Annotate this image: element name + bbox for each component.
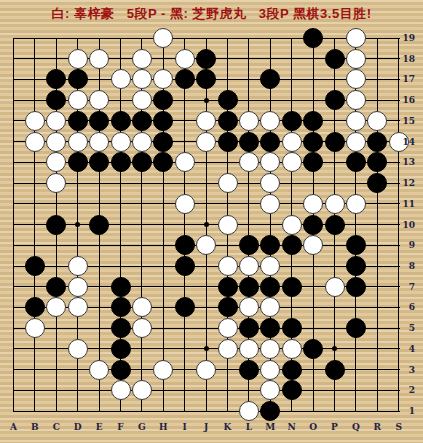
grid-line-horizontal [14, 390, 400, 391]
white-stone-D7 [68, 277, 88, 297]
white-stone-F2 [111, 380, 131, 400]
grid-line-horizontal [14, 328, 400, 329]
black-stone-I6 [175, 297, 195, 317]
black-stone-K14 [218, 132, 238, 152]
column-label-R: R [367, 422, 387, 432]
white-stone-G16 [132, 90, 152, 110]
black-stone-J18 [196, 49, 216, 69]
black-stone-N5 [282, 318, 302, 338]
black-stone-M5 [260, 318, 280, 338]
black-stone-F13 [111, 152, 131, 172]
row-label-9: 9 [398, 240, 415, 250]
white-stone-H17 [153, 69, 173, 89]
row-label-18: 18 [398, 54, 415, 64]
star-point [204, 98, 209, 103]
white-stone-M8 [260, 256, 280, 276]
white-stone-C15 [46, 111, 66, 131]
black-stone-Q8 [346, 256, 366, 276]
column-label-L: L [239, 422, 259, 432]
white-stone-M4 [260, 339, 280, 359]
row-label-16: 16 [398, 95, 415, 105]
white-stone-J15 [196, 111, 216, 131]
black-stone-H13 [153, 152, 173, 172]
black-stone-Q9 [346, 235, 366, 255]
black-stone-R13 [367, 152, 387, 172]
black-stone-H14 [153, 132, 173, 152]
white-stone-E14 [89, 132, 109, 152]
go-app-screen: 白: 辜梓豪 5段P - 黑: 芝野虎丸 3段P 黑棋3.5目胜! ABCDEF… [0, 0, 423, 443]
grid-line-horizontal [14, 183, 400, 184]
black-stone-O13 [303, 152, 323, 172]
white-stone-L8 [239, 256, 259, 276]
black-stone-L14 [239, 132, 259, 152]
black-stone-K15 [218, 111, 238, 131]
column-label-D: D [68, 422, 88, 432]
black-stone-O19 [303, 28, 323, 48]
grid-line-vertical [13, 38, 14, 412]
black-stone-E13 [89, 152, 109, 172]
white-stone-G5 [132, 318, 152, 338]
black-stone-C7 [46, 277, 66, 297]
white-stone-B5 [25, 318, 45, 338]
white-stone-M2 [260, 380, 280, 400]
white-stone-D4 [68, 339, 88, 359]
black-stone-N2 [282, 380, 302, 400]
white-stone-M3 [260, 360, 280, 380]
grid-line-vertical [34, 38, 35, 412]
white-stone-F17 [111, 69, 131, 89]
row-label-19: 19 [398, 33, 415, 43]
go-board: ABCDEFGHIJKLMNOPQRS191817161514131211109… [0, 0, 423, 443]
black-stone-L5 [239, 318, 259, 338]
white-stone-I18 [175, 49, 195, 69]
white-stone-L15 [239, 111, 259, 131]
black-stone-L9 [239, 235, 259, 255]
black-stone-E15 [89, 111, 109, 131]
column-label-P: P [325, 422, 345, 432]
white-stone-Q14 [346, 132, 366, 152]
row-label-3: 3 [398, 365, 415, 375]
column-label-N: N [282, 422, 302, 432]
column-label-M: M [260, 422, 280, 432]
white-stone-M11 [260, 194, 280, 214]
white-stone-O11 [303, 194, 323, 214]
white-stone-K12 [218, 173, 238, 193]
white-stone-K5 [218, 318, 238, 338]
column-label-O: O [303, 422, 323, 432]
black-stone-Q13 [346, 152, 366, 172]
row-label-14: 14 [398, 137, 415, 147]
black-stone-N3 [282, 360, 302, 380]
grid-line-horizontal [14, 411, 400, 412]
white-stone-I13 [175, 152, 195, 172]
white-stone-C13 [46, 152, 66, 172]
black-stone-F15 [111, 111, 131, 131]
column-label-G: G [132, 422, 152, 432]
black-stone-P3 [325, 360, 345, 380]
black-stone-N9 [282, 235, 302, 255]
row-label-6: 6 [398, 302, 415, 312]
white-stone-E18 [89, 49, 109, 69]
black-stone-I8 [175, 256, 195, 276]
white-stone-J14 [196, 132, 216, 152]
column-label-S: S [389, 422, 409, 432]
white-stone-M6 [260, 297, 280, 317]
black-stone-F4 [111, 339, 131, 359]
grid-line-horizontal [14, 38, 400, 39]
black-stone-M1 [260, 401, 280, 421]
column-label-I: I [175, 422, 195, 432]
white-stone-B15 [25, 111, 45, 131]
black-stone-O10 [303, 215, 323, 235]
white-stone-G18 [132, 49, 152, 69]
white-stone-L6 [239, 297, 259, 317]
black-stone-M14 [260, 132, 280, 152]
black-stone-O14 [303, 132, 323, 152]
black-stone-G15 [132, 111, 152, 131]
row-label-11: 11 [398, 199, 415, 209]
white-stone-J9 [196, 235, 216, 255]
column-label-F: F [111, 422, 131, 432]
black-stone-D13 [68, 152, 88, 172]
column-label-E: E [89, 422, 109, 432]
black-stone-K16 [218, 90, 238, 110]
white-stone-H19 [153, 28, 173, 48]
white-stone-C6 [46, 297, 66, 317]
black-stone-I17 [175, 69, 195, 89]
black-stone-H16 [153, 90, 173, 110]
black-stone-G13 [132, 152, 152, 172]
black-stone-F3 [111, 360, 131, 380]
white-stone-C12 [46, 173, 66, 193]
black-stone-M17 [260, 69, 280, 89]
column-label-H: H [153, 422, 173, 432]
black-stone-K6 [218, 297, 238, 317]
black-stone-B6 [25, 297, 45, 317]
black-stone-N7 [282, 277, 302, 297]
row-label-8: 8 [398, 261, 415, 271]
grid-line-vertical [184, 38, 185, 412]
black-stone-L3 [239, 360, 259, 380]
white-stone-D18 [68, 49, 88, 69]
black-stone-B8 [25, 256, 45, 276]
black-stone-R14 [367, 132, 387, 152]
white-stone-Q17 [346, 69, 366, 89]
column-label-A: A [4, 422, 24, 432]
row-label-4: 4 [398, 344, 415, 354]
black-stone-M9 [260, 235, 280, 255]
column-label-B: B [25, 422, 45, 432]
white-stone-D16 [68, 90, 88, 110]
white-stone-Q11 [346, 194, 366, 214]
white-stone-N4 [282, 339, 302, 359]
white-stone-M15 [260, 111, 280, 131]
white-stone-L1 [239, 401, 259, 421]
row-label-13: 13 [398, 157, 415, 167]
black-stone-F5 [111, 318, 131, 338]
black-stone-P10 [325, 215, 345, 235]
star-point [204, 346, 209, 351]
white-stone-K8 [218, 256, 238, 276]
white-stone-I11 [175, 194, 195, 214]
white-stone-R15 [367, 111, 387, 131]
column-label-J: J [196, 422, 216, 432]
black-stone-O15 [303, 111, 323, 131]
black-stone-J17 [196, 69, 216, 89]
star-point [204, 222, 209, 227]
white-stone-G6 [132, 297, 152, 317]
row-label-10: 10 [398, 220, 415, 230]
black-stone-L7 [239, 277, 259, 297]
black-stone-K7 [218, 277, 238, 297]
black-stone-I9 [175, 235, 195, 255]
black-stone-N15 [282, 111, 302, 131]
star-point [75, 222, 80, 227]
row-label-17: 17 [398, 74, 415, 84]
black-stone-R12 [367, 173, 387, 193]
white-stone-J3 [196, 360, 216, 380]
black-stone-F6 [111, 297, 131, 317]
row-label-12: 12 [398, 178, 415, 188]
row-label-2: 2 [398, 385, 415, 395]
black-stone-O4 [303, 339, 323, 359]
white-stone-D6 [68, 297, 88, 317]
black-stone-C16 [46, 90, 66, 110]
row-label-1: 1 [398, 406, 415, 416]
black-stone-E10 [89, 215, 109, 235]
white-stone-O9 [303, 235, 323, 255]
black-stone-F7 [111, 277, 131, 297]
black-stone-P16 [325, 90, 345, 110]
white-stone-L4 [239, 339, 259, 359]
grid-line-vertical [377, 38, 378, 412]
white-stone-F14 [111, 132, 131, 152]
black-stone-P18 [325, 49, 345, 69]
black-stone-M7 [260, 277, 280, 297]
white-stone-G2 [132, 380, 152, 400]
white-stone-K4 [218, 339, 238, 359]
white-stone-N10 [282, 215, 302, 235]
black-stone-C10 [46, 215, 66, 235]
white-stone-M12 [260, 173, 280, 193]
white-stone-H3 [153, 360, 173, 380]
black-stone-D15 [68, 111, 88, 131]
white-stone-N14 [282, 132, 302, 152]
column-label-K: K [218, 422, 238, 432]
white-stone-C14 [46, 132, 66, 152]
black-stone-P14 [325, 132, 345, 152]
black-stone-C17 [46, 69, 66, 89]
white-stone-N13 [282, 152, 302, 172]
white-stone-P7 [325, 277, 345, 297]
row-label-15: 15 [398, 116, 415, 126]
black-stone-D17 [68, 69, 88, 89]
column-label-Q: Q [346, 422, 366, 432]
white-stone-K10 [218, 215, 238, 235]
black-stone-H15 [153, 111, 173, 131]
white-stone-D8 [68, 256, 88, 276]
star-point [332, 346, 337, 351]
white-stone-Q19 [346, 28, 366, 48]
black-stone-Q7 [346, 277, 366, 297]
white-stone-G14 [132, 132, 152, 152]
white-stone-P11 [325, 194, 345, 214]
white-stone-G17 [132, 69, 152, 89]
row-label-5: 5 [398, 323, 415, 333]
white-stone-E16 [89, 90, 109, 110]
white-stone-Q16 [346, 90, 366, 110]
white-stone-L13 [239, 152, 259, 172]
column-label-C: C [46, 422, 66, 432]
white-stone-Q15 [346, 111, 366, 131]
white-stone-M13 [260, 152, 280, 172]
white-stone-E3 [89, 360, 109, 380]
white-stone-B14 [25, 132, 45, 152]
white-stone-D14 [68, 132, 88, 152]
white-stone-Q18 [346, 49, 366, 69]
row-label-7: 7 [398, 282, 415, 292]
black-stone-Q5 [346, 318, 366, 338]
